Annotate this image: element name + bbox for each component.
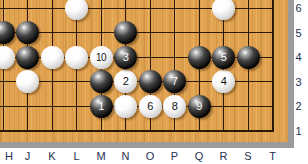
move-number-label: 10 (96, 52, 106, 63)
go-stone-white-move-6[interactable]: 6 (139, 95, 162, 118)
go-stone-black-move-9[interactable]: 9 (188, 95, 211, 118)
go-stone-black[interactable] (237, 46, 260, 69)
go-stone-white[interactable] (16, 70, 39, 93)
board-point-O2: 6 (138, 94, 163, 119)
row-label-3: 3 (291, 75, 306, 89)
column-label-H: H (1, 148, 17, 164)
go-stone-black[interactable] (114, 21, 137, 44)
board-point-M2: 1 (89, 94, 114, 119)
column-label-K: K (44, 148, 60, 164)
move-number-label: 6 (147, 101, 153, 112)
board-point-M4: 10 (89, 45, 114, 70)
board-point-R6 (211, 0, 236, 20)
board-point-R3: 4 (211, 69, 236, 94)
move-number-label: 2 (123, 76, 129, 87)
go-stone-white-move-2[interactable]: 2 (114, 70, 137, 93)
move-number-label: 8 (172, 101, 178, 112)
go-stone-black[interactable] (16, 21, 39, 44)
board-point-L6 (64, 0, 89, 20)
board-point-N2 (113, 94, 138, 119)
row-label-1: 1 (291, 124, 306, 138)
go-stone-white[interactable] (65, 0, 88, 20)
goban-grid[interactable]: 12345678910 (0, 0, 285, 143)
board-point-S4 (236, 45, 261, 70)
board-point-Q2: 9 (187, 94, 212, 119)
board-point-H4 (0, 45, 15, 70)
board-point-J3 (15, 69, 40, 94)
row-label-4: 4 (291, 50, 306, 64)
board-point-N3: 2 (113, 69, 138, 94)
go-stone-white-move-10[interactable]: 10 (90, 46, 113, 69)
go-stone-white[interactable] (0, 46, 15, 69)
go-stone-white[interactable] (212, 0, 235, 20)
row-label-2: 2 (291, 99, 306, 113)
go-stone-black[interactable] (139, 70, 162, 93)
column-label-L: L (69, 148, 85, 164)
board-point-P3: 7 (162, 69, 187, 94)
go-stone-black[interactable] (188, 46, 211, 69)
column-label-R: R (216, 148, 232, 164)
board-point-Q4 (187, 45, 212, 70)
board-point-N4: 3 (113, 45, 138, 70)
go-stone-white[interactable] (41, 46, 64, 69)
move-number-label: 9 (196, 101, 202, 112)
move-number-label: 7 (172, 76, 178, 87)
go-stone-black[interactable] (16, 46, 39, 69)
go-stone-black[interactable] (0, 21, 15, 44)
go-stone-black-move-3[interactable]: 3 (114, 46, 137, 69)
go-stone-white[interactable] (65, 46, 88, 69)
move-number-label: 3 (123, 52, 129, 63)
go-app-board-view: 12345678910 HJKLMNOPQRST654321 (0, 0, 308, 164)
board-point-M3 (89, 69, 114, 94)
column-label-J: J (20, 148, 36, 164)
go-stone-white-move-4[interactable]: 4 (212, 70, 235, 93)
row-label-5: 5 (291, 26, 306, 40)
board-point-P2: 8 (162, 94, 187, 119)
go-stone-white[interactable] (114, 95, 137, 118)
board-point-R4: 5 (211, 45, 236, 70)
board-point-N5 (113, 20, 138, 45)
go-stone-black-move-5[interactable]: 5 (212, 46, 235, 69)
column-label-O: O (142, 148, 158, 164)
move-number-label: 1 (98, 101, 104, 112)
go-stone-white-move-8[interactable]: 8 (163, 95, 186, 118)
board-point-K4 (40, 45, 65, 70)
row-label-6: 6 (291, 1, 306, 15)
go-stone-black-move-1[interactable]: 1 (90, 95, 113, 118)
column-label-S: S (240, 148, 256, 164)
column-label-Q: Q (191, 148, 207, 164)
column-label-P: P (167, 148, 183, 164)
board-point-O3 (138, 69, 163, 94)
column-label-T: T (265, 148, 281, 164)
board-point-L4 (64, 45, 89, 70)
column-label-N: N (118, 148, 134, 164)
board-point-H5 (0, 20, 15, 45)
go-stone-black-move-7[interactable]: 7 (163, 70, 186, 93)
board-point-J5 (15, 20, 40, 45)
column-label-M: M (93, 148, 109, 164)
board-point-J4 (15, 45, 40, 70)
move-number-label: 4 (221, 76, 227, 87)
move-number-label: 5 (221, 52, 227, 63)
go-stone-black[interactable] (90, 70, 113, 93)
